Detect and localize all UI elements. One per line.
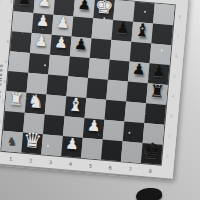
square-h1 <box>141 143 163 165</box>
dust-speck <box>98 134 99 135</box>
dust-speck <box>148 78 149 79</box>
dust-speck <box>103 17 105 19</box>
square-d6 <box>70 36 92 58</box>
square-f6 <box>110 40 132 62</box>
square-b2 <box>23 113 45 135</box>
square-c4 <box>46 75 68 97</box>
square-g5 <box>128 62 150 84</box>
square-e7 <box>92 18 114 40</box>
dust-speck <box>117 96 118 97</box>
square-e4 <box>86 78 108 100</box>
square-c6 <box>50 35 72 57</box>
square-d5 <box>68 56 90 78</box>
square-a6 <box>10 31 32 53</box>
square-f2 <box>103 120 125 142</box>
square-e3 <box>85 98 107 120</box>
square-c1 <box>41 134 63 156</box>
file-label-8: 8 <box>140 167 160 175</box>
square-d4 <box>66 76 88 98</box>
file-label-3: 3 <box>40 158 60 166</box>
square-b4 <box>27 73 49 95</box>
square-g3 <box>124 101 146 123</box>
square-h3 <box>144 103 166 125</box>
rank-label-right-4: 4 <box>170 93 176 99</box>
square-b1 <box>21 133 43 155</box>
square-d3 <box>65 96 87 118</box>
square-d7 <box>72 17 94 39</box>
rank-label-right-2: 2 <box>166 133 172 139</box>
square-e1 <box>81 138 103 160</box>
dust-speck <box>22 32 23 33</box>
square-d2 <box>63 116 85 138</box>
square-g1 <box>121 141 143 163</box>
square-b5 <box>28 53 50 75</box>
dust-speck <box>121 156 122 157</box>
rank-label-right-5: 5 <box>171 73 177 79</box>
square-f3 <box>104 100 126 122</box>
square-g4 <box>126 82 148 104</box>
square-h7 <box>151 24 173 46</box>
square-a3 <box>5 91 27 113</box>
file-label-4: 4 <box>60 160 80 168</box>
board-logo-knight-emblem: ♞ <box>1 131 23 153</box>
square-e2 <box>83 118 105 140</box>
square-a4 <box>7 71 29 93</box>
playing-area: ♞♟♟♟♚♟♟♟♝♟♟♟♟♟♜♜♞♝♟♛♟♚ <box>1 0 174 165</box>
square-c3 <box>45 94 67 116</box>
square-f1 <box>101 140 123 162</box>
square-h2 <box>143 123 165 145</box>
file-label-1: 1 <box>1 155 21 163</box>
square-e5 <box>88 58 110 80</box>
dust-speck <box>145 113 146 114</box>
square-b3 <box>25 93 47 115</box>
dust-speck <box>82 86 83 87</box>
square-a2 <box>3 111 25 133</box>
rank-label-right-8: 8 <box>177 14 183 20</box>
square-f4 <box>106 80 128 102</box>
rank-label-right-7: 7 <box>175 33 181 39</box>
square-f5 <box>108 60 130 82</box>
file-label-5: 5 <box>80 162 100 170</box>
dust-speck <box>144 11 146 13</box>
square-g7 <box>131 22 153 44</box>
square-e6 <box>90 38 112 60</box>
dust-speck <box>42 29 43 30</box>
dust-speck <box>111 40 112 41</box>
dust-speck <box>161 49 163 51</box>
square-c5 <box>48 55 70 77</box>
rank-label-right-3: 3 <box>168 113 174 119</box>
square-g2 <box>123 121 145 143</box>
dust-speck <box>64 124 65 125</box>
dust-speck <box>128 132 130 134</box>
captured-piece-off-board <box>135 187 162 200</box>
square-d1 <box>61 136 83 158</box>
square-g6 <box>130 42 152 64</box>
square-c2 <box>43 114 65 136</box>
rank-label-right-6: 6 <box>173 53 179 59</box>
file-label-7: 7 <box>120 165 140 173</box>
square-d8 <box>73 0 95 18</box>
photo-background: ◉ US CHESS 87654321 87654321 12345678 ♞♟… <box>0 0 200 200</box>
square-c7 <box>52 15 74 37</box>
square-h6 <box>150 43 172 65</box>
dust-speck <box>95 59 96 60</box>
square-f8 <box>113 0 135 22</box>
square-h4 <box>146 83 168 105</box>
square-b6 <box>30 33 52 55</box>
dust-speck <box>67 26 68 27</box>
square-c8 <box>53 0 75 17</box>
rank-label-right-1: 1 <box>164 153 170 159</box>
dust-speck <box>178 26 179 27</box>
file-label-6: 6 <box>100 163 120 171</box>
square-a7 <box>12 11 34 33</box>
square-h5 <box>148 63 170 85</box>
square-h8 <box>153 4 175 26</box>
square-f7 <box>111 20 133 42</box>
chess-board: ◉ US CHESS 87654321 87654321 12345678 ♞♟… <box>0 0 189 179</box>
dust-speck <box>157 144 158 145</box>
square-a5 <box>8 51 30 73</box>
file-label-2: 2 <box>20 156 40 164</box>
dust-speck <box>26 98 27 99</box>
square-b7 <box>32 13 54 35</box>
